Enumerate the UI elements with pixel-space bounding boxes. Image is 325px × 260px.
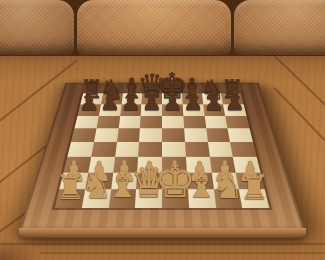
piece-black-pawn-a7[interactable]: ♟ xyxy=(79,91,99,114)
square-g6[interactable] xyxy=(204,116,227,129)
floor-plank-line xyxy=(266,47,325,138)
square-f6[interactable] xyxy=(183,116,206,129)
square-c6[interactable] xyxy=(118,116,141,129)
couch xyxy=(0,0,325,56)
square-g5[interactable] xyxy=(206,129,230,142)
square-d5[interactable] xyxy=(139,129,162,142)
square-b6[interactable] xyxy=(96,116,119,129)
square-h6[interactable] xyxy=(225,116,249,129)
square-b5[interactable] xyxy=(94,129,118,142)
piece-black-pawn-f7[interactable]: ♟ xyxy=(183,91,203,114)
floor-plank-line xyxy=(40,252,325,254)
couch-cushion xyxy=(0,0,74,55)
square-c5[interactable] xyxy=(117,129,141,142)
piece-black-pawn-c7[interactable]: ♟ xyxy=(121,91,141,114)
couch-cushion xyxy=(234,0,325,55)
square-e6[interactable] xyxy=(162,116,184,129)
floor-plank-line xyxy=(0,243,325,245)
board-edge xyxy=(19,228,306,238)
piece-white-rook-h1[interactable]: ♜ xyxy=(239,170,269,203)
couch-cushion xyxy=(77,0,231,55)
piece-black-pawn-e7[interactable]: ♟ xyxy=(162,91,182,114)
piece-black-pawn-d7[interactable]: ♟ xyxy=(141,91,161,114)
square-d6[interactable] xyxy=(140,116,162,129)
square-e5[interactable] xyxy=(162,129,185,142)
square-h5[interactable] xyxy=(228,129,253,142)
square-a6[interactable] xyxy=(74,116,98,129)
piece-black-pawn-b7[interactable]: ♟ xyxy=(100,91,120,114)
square-a5[interactable] xyxy=(71,129,96,142)
piece-black-pawn-h7[interactable]: ♟ xyxy=(224,91,244,114)
photo-scene: ♜♞♝♛♚♝♞♜♟♟♟♟♟♟♟♟♟♟♟♟♟♟♟♟♜♞♝♛♚♝♞♜ xyxy=(0,0,325,260)
piece-black-pawn-g7[interactable]: ♟ xyxy=(204,91,224,114)
square-f5[interactable] xyxy=(184,129,208,142)
